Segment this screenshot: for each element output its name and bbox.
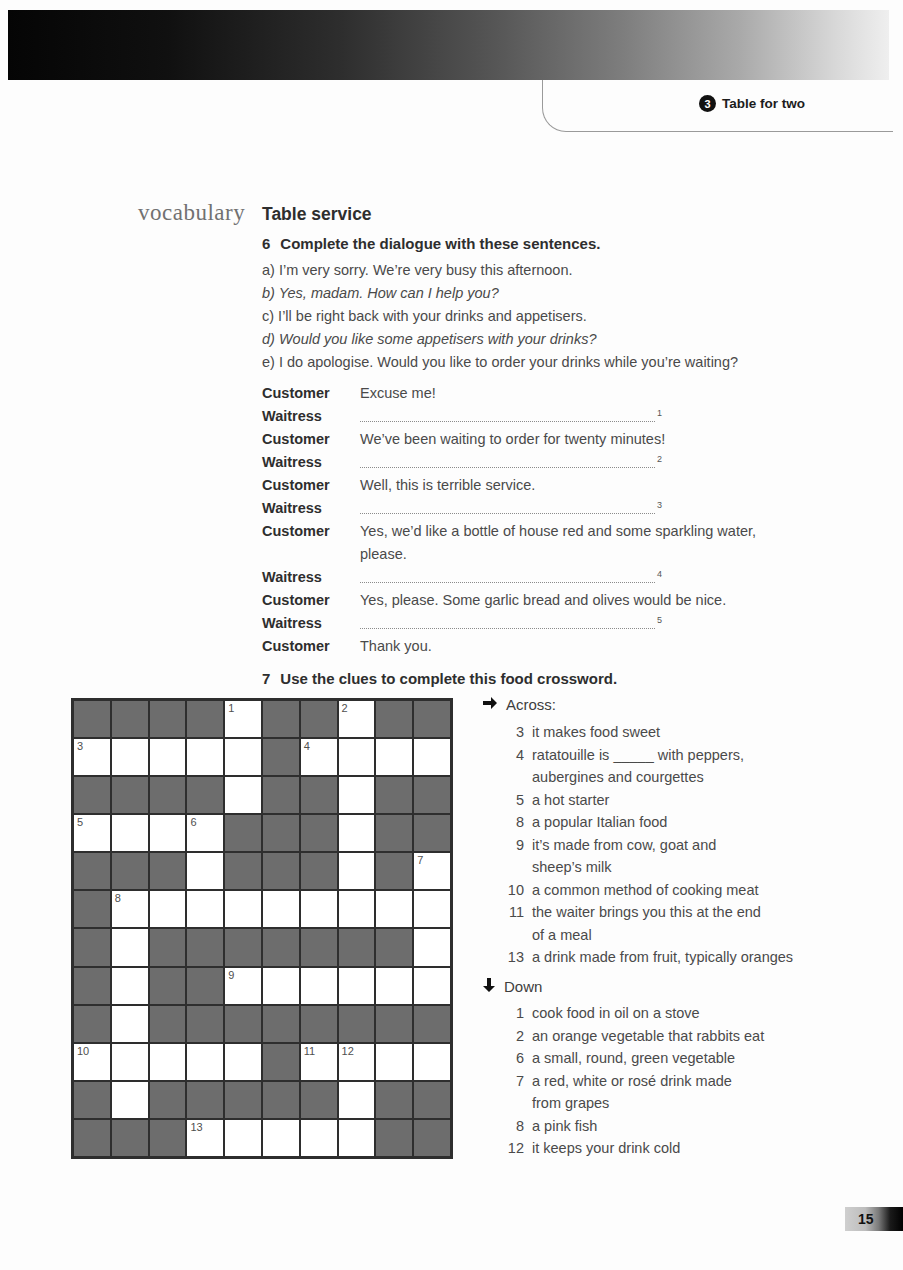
sentence-option: d) Would you like some appetisers with y… (262, 328, 822, 351)
clue-number: 8 (500, 1115, 524, 1138)
cell-r3c1 (73, 776, 111, 814)
dialogue-text: We’ve been waiting to order for twenty m… (360, 428, 805, 451)
down-arrow-icon (482, 977, 496, 996)
cell-r7c8 (338, 928, 376, 966)
cell-r9c3 (149, 1005, 187, 1043)
cell-r11c2[interactable] (111, 1081, 149, 1119)
cell-r11c6 (262, 1081, 300, 1119)
down-clues: 1cook food in oil on a stove2an orange v… (500, 1002, 832, 1160)
right-arrow-icon (482, 696, 498, 713)
cell-r10c9[interactable] (375, 1043, 413, 1081)
cell-r12c9 (375, 1119, 413, 1157)
cell-r4c3[interactable] (149, 814, 187, 852)
clue-number: 12 (500, 1137, 524, 1160)
cell-r2c6 (262, 738, 300, 776)
cell-r6c3[interactable] (149, 890, 187, 928)
cell-r2c5[interactable] (224, 738, 262, 776)
speaker-label: Waitress (262, 405, 360, 428)
cell-number: 2 (342, 702, 348, 714)
clue-text: a pink fish (532, 1115, 832, 1138)
sentence-option: a) I’m very sorry. We’re very busy this … (262, 259, 822, 282)
cell-r9c6 (262, 1005, 300, 1043)
dialogue-text: Excuse me! (360, 382, 805, 405)
cell-r8c6[interactable] (262, 967, 300, 1005)
dialogue-text: Thank you. (360, 635, 805, 658)
cell-r6c9[interactable] (375, 890, 413, 928)
cell-r2c3[interactable] (149, 738, 187, 776)
clue-text: it keeps your drink cold (532, 1137, 832, 1160)
answer-blank[interactable] (360, 566, 655, 583)
cell-r11c1 (73, 1081, 111, 1119)
cell-r3c7 (300, 776, 338, 814)
cell-r4c2[interactable] (111, 814, 149, 852)
cell-r8c4 (186, 967, 224, 1005)
cell-r12c10 (413, 1119, 451, 1157)
cell-r5c7 (300, 852, 338, 890)
down-clue: 8a pink fish (500, 1115, 832, 1138)
dialogue-row: CustomerYes, please. Some garlic bread a… (262, 589, 807, 612)
speaker-label: Customer (262, 635, 360, 658)
answer-blank-holder: 5 (360, 612, 662, 635)
clue-number: 5 (500, 789, 524, 812)
down-header: Down (482, 977, 542, 996)
cell-r8c10[interactable] (413, 967, 451, 1005)
across-clue: 10a common method of cooking meat (500, 879, 832, 902)
clue-text: cook food in oil on a stove (532, 1002, 832, 1025)
cell-r10c6 (262, 1043, 300, 1081)
cell-r8c3 (149, 967, 187, 1005)
clue-text: a red, white or rosé drink made from gra… (532, 1070, 832, 1115)
cell-number: 13 (190, 1121, 202, 1133)
cell-number: 5 (77, 816, 83, 828)
exercise7-number: 7 (262, 670, 270, 687)
down-clue: 12it keeps your drink cold (500, 1137, 832, 1160)
cell-r1c6 (262, 700, 300, 738)
cell-r5c9 (375, 852, 413, 890)
clue-text: a small, round, green vegetable (532, 1047, 832, 1070)
cell-r8c2[interactable] (111, 967, 149, 1005)
cell-r3c8[interactable] (338, 776, 376, 814)
cell-r11c4 (186, 1081, 224, 1119)
cell-r4c4[interactable]: 6 (186, 814, 224, 852)
cell-r10c1[interactable]: 10 (73, 1043, 111, 1081)
cell-r7c6 (262, 928, 300, 966)
cell-r10c2[interactable] (111, 1043, 149, 1081)
cell-r5c5 (224, 852, 262, 890)
cell-r6c5[interactable] (224, 890, 262, 928)
down-clue: 1cook food in oil on a stove (500, 1002, 832, 1025)
unit-title: Table for two (722, 96, 805, 111)
exercise6-instruction: Complete the dialogue with these sentenc… (280, 235, 600, 252)
cell-r1c5[interactable]: 1 (224, 700, 262, 738)
speaker-label: Waitress (262, 566, 360, 589)
blank-number: 3 (657, 500, 662, 510)
speaker-label: Waitress (262, 497, 360, 520)
answer-blank-holder: 4 (360, 566, 662, 589)
cell-r9c10 (413, 1005, 451, 1043)
cell-r4c7 (300, 814, 338, 852)
cell-r5c2 (111, 852, 149, 890)
clue-text: an orange vegetable that rabbits eat (532, 1025, 832, 1048)
cell-r12c8[interactable] (338, 1119, 376, 1157)
cell-r8c9[interactable] (375, 967, 413, 1005)
cell-r7c10[interactable] (413, 928, 451, 966)
cell-number: 7 (417, 854, 423, 866)
speaker-label: Waitress (262, 612, 360, 635)
cell-r11c5 (224, 1081, 262, 1119)
cell-r2c8[interactable] (338, 738, 376, 776)
cell-r7c3 (149, 928, 187, 966)
clue-number: 13 (500, 946, 524, 969)
cell-r8c8[interactable] (338, 967, 376, 1005)
cell-r2c7[interactable]: 4 (300, 738, 338, 776)
dialogue-row: CustomerThank you. (262, 635, 807, 658)
sentence-option: e) I do apologise. Would you like to ord… (262, 351, 822, 374)
cell-r3c5[interactable] (224, 776, 262, 814)
clue-text: it’s made from cow, goat and sheep’s mil… (532, 834, 832, 879)
cell-r5c3 (149, 852, 187, 890)
cell-number: 6 (190, 816, 196, 828)
across-label: Across: (506, 696, 556, 713)
dialogue-row: CustomerExcuse me! (262, 382, 807, 405)
cell-r4c10 (413, 814, 451, 852)
down-label: Down (504, 978, 542, 995)
cell-r7c7 (300, 928, 338, 966)
cell-r11c3 (149, 1081, 187, 1119)
cell-r10c4[interactable] (186, 1043, 224, 1081)
across-clue: 4ratatouille is _____ with peppers, aube… (500, 744, 832, 789)
cell-r7c5 (224, 928, 262, 966)
cell-r7c2[interactable] (111, 928, 149, 966)
cell-r2c4[interactable] (186, 738, 224, 776)
cell-r6c4[interactable] (186, 890, 224, 928)
answer-blank-holder: 3 (360, 497, 662, 520)
cell-r4c8[interactable] (338, 814, 376, 852)
blank-number: 5 (657, 615, 662, 625)
cell-r9c5 (224, 1005, 262, 1043)
cell-number: 10 (77, 1045, 89, 1057)
dialogue: CustomerExcuse me!Waitress1CustomerWe’ve… (262, 382, 807, 658)
cell-number: 12 (342, 1045, 354, 1057)
clue-number: 10 (500, 879, 524, 902)
cell-r3c9 (375, 776, 413, 814)
crossword-grid: 12345678910111213 (71, 698, 453, 1159)
dialogue-row: CustomerWell, this is terrible service. (262, 474, 807, 497)
cell-r11c9 (375, 1081, 413, 1119)
cell-r3c3 (149, 776, 187, 814)
cell-r2c9[interactable] (375, 738, 413, 776)
clue-number: 6 (500, 1047, 524, 1070)
dialogue-row: CustomerYes, we’d like a bottle of house… (262, 520, 807, 566)
down-clue: 6a small, round, green vegetable (500, 1047, 832, 1070)
cell-r10c10[interactable] (413, 1043, 451, 1081)
cell-r9c4 (186, 1005, 224, 1043)
clue-text: the waiter brings you this at the end of… (532, 901, 832, 946)
cell-r9c7 (300, 1005, 338, 1043)
speaker-label: Customer (262, 428, 360, 451)
sentence-options-list: a) I’m very sorry. We’re very busy this … (262, 259, 822, 374)
speaker-label: Customer (262, 474, 360, 497)
cell-r10c7[interactable]: 11 (300, 1043, 338, 1081)
cell-r12c6[interactable] (262, 1119, 300, 1157)
cell-r7c9 (375, 928, 413, 966)
cell-r6c8[interactable] (338, 890, 376, 928)
section-label: vocabulary (138, 200, 245, 226)
cell-r6c10[interactable] (413, 890, 451, 928)
cell-r10c8[interactable]: 12 (338, 1043, 376, 1081)
answer-blank[interactable] (360, 612, 655, 629)
top-banner (8, 10, 889, 80)
exercise7-heading: 7Use the clues to complete this food cro… (262, 670, 617, 687)
dialogue-text: Yes, please. Some garlic bread and olive… (360, 589, 805, 612)
answer-blank-holder: 1 (360, 405, 662, 428)
dialogue-row: Waitress5 (262, 612, 807, 635)
clue-text: a popular Italian food (532, 811, 832, 834)
down-clue: 2an orange vegetable that rabbits eat (500, 1025, 832, 1048)
cell-r4c1[interactable]: 5 (73, 814, 111, 852)
clue-text: a drink made from fruit, typically orang… (532, 946, 832, 969)
across-clue: 11the waiter brings you this at the end … (500, 901, 832, 946)
cell-r1c7 (300, 700, 338, 738)
page-title: Table service (262, 204, 372, 225)
unit-tab-label: 3 Table for two (699, 95, 805, 112)
blank-number: 2 (657, 454, 662, 464)
cell-number: 8 (115, 892, 121, 904)
cell-number: 9 (228, 969, 234, 981)
clue-text: ratatouille is _____ with peppers, auber… (532, 744, 832, 789)
cell-r4c5 (224, 814, 262, 852)
cell-r1c8[interactable]: 2 (338, 700, 376, 738)
exercise6-number: 6 (262, 235, 270, 252)
cell-r12c3 (149, 1119, 187, 1157)
clue-number: 2 (500, 1025, 524, 1048)
clue-text: a hot starter (532, 789, 832, 812)
across-clue: 9it’s made from cow, goat and sheep’s mi… (500, 834, 832, 879)
cell-r3c6 (262, 776, 300, 814)
cell-r11c7 (300, 1081, 338, 1119)
cell-number: 3 (77, 740, 83, 752)
cell-r9c1 (73, 1005, 111, 1043)
blank-number: 1 (657, 408, 662, 418)
cell-r12c2 (111, 1119, 149, 1157)
cell-r8c7[interactable] (300, 967, 338, 1005)
cell-r5c4[interactable] (186, 852, 224, 890)
cell-r5c1 (73, 852, 111, 890)
cell-r10c5[interactable] (224, 1043, 262, 1081)
cell-r3c2 (111, 776, 149, 814)
cell-r1c10 (413, 700, 451, 738)
cell-r6c6[interactable] (262, 890, 300, 928)
cell-r6c1 (73, 890, 111, 928)
cell-r3c10 (413, 776, 451, 814)
across-header: Across: (482, 696, 556, 713)
cell-r10c3[interactable] (149, 1043, 187, 1081)
cell-r8c1 (73, 967, 111, 1005)
cell-r6c2[interactable]: 8 (111, 890, 149, 928)
dialogue-row: Waitress3 (262, 497, 807, 520)
exercise6-heading: 6Complete the dialogue with these senten… (262, 235, 600, 252)
cell-r1c9 (375, 700, 413, 738)
across-clues: 3it makes food sweet4ratatouille is ____… (500, 721, 832, 969)
cell-r11c8[interactable] (338, 1081, 376, 1119)
speaker-label: Customer (262, 520, 360, 566)
exercise7-instruction: Use the clues to complete this food cros… (280, 670, 617, 687)
cell-r7c4 (186, 928, 224, 966)
cell-r2c2[interactable] (111, 738, 149, 776)
across-clue: 13a drink made from fruit, typically ora… (500, 946, 832, 969)
cell-number: 11 (304, 1045, 315, 1057)
clue-number: 1 (500, 1002, 524, 1025)
cell-r9c8 (338, 1005, 376, 1043)
cell-r12c7[interactable] (300, 1119, 338, 1157)
cell-r9c2[interactable] (111, 1005, 149, 1043)
dialogue-row: Waitress4 (262, 566, 807, 589)
blank-number: 4 (657, 569, 662, 579)
speaker-label: Customer (262, 589, 360, 612)
clue-number: 9 (500, 834, 524, 879)
down-clue: 7a red, white or rosé drink made from gr… (500, 1070, 832, 1115)
cell-r5c8[interactable] (338, 852, 376, 890)
cell-number: 4 (304, 740, 310, 752)
answer-blank[interactable] (360, 451, 655, 468)
across-clue: 3it makes food sweet (500, 721, 832, 744)
clue-number: 3 (500, 721, 524, 744)
sentence-option: b) Yes, madam. How can I help you? (262, 282, 822, 305)
cell-r1c3 (149, 700, 187, 738)
across-clue: 5a hot starter (500, 789, 832, 812)
cell-r4c9 (375, 814, 413, 852)
cell-r12c1 (73, 1119, 111, 1157)
cell-r8c5[interactable]: 9 (224, 967, 262, 1005)
answer-blank-holder: 2 (360, 451, 662, 474)
cell-r1c2 (111, 700, 149, 738)
cell-r3c4 (186, 776, 224, 814)
dialogue-row: CustomerWe’ve been waiting to order for … (262, 428, 807, 451)
answer-blank[interactable] (360, 405, 655, 422)
cell-r2c1[interactable]: 3 (73, 738, 111, 776)
page-number: 15 (845, 1207, 903, 1231)
clue-number: 8 (500, 811, 524, 834)
clue-number: 4 (500, 744, 524, 789)
sentence-option: c) I’ll be right back with your drinks a… (262, 305, 822, 328)
clue-number: 11 (500, 901, 524, 946)
unit-tab: 3 Table for two (542, 80, 893, 132)
clue-number: 7 (500, 1070, 524, 1115)
speaker-label: Waitress (262, 451, 360, 474)
speaker-label: Customer (262, 382, 360, 405)
cell-r12c4[interactable]: 13 (186, 1119, 224, 1157)
unit-number-badge: 3 (699, 95, 716, 112)
cell-r9c9 (375, 1005, 413, 1043)
dialogue-text: Well, this is terrible service. (360, 474, 805, 497)
cell-r6c7[interactable] (300, 890, 338, 928)
cell-r4c6 (262, 814, 300, 852)
cell-r5c6 (262, 852, 300, 890)
cell-r5c10[interactable]: 7 (413, 852, 451, 890)
cell-number: 1 (228, 702, 234, 714)
cell-r1c4 (186, 700, 224, 738)
cell-r11c10 (413, 1081, 451, 1119)
dialogue-row: Waitress1 (262, 405, 807, 428)
clue-text: a common method of cooking meat (532, 879, 832, 902)
across-clue: 8a popular Italian food (500, 811, 832, 834)
answer-blank[interactable] (360, 497, 655, 514)
cell-r2c10[interactable] (413, 738, 451, 776)
clue-text: it makes food sweet (532, 721, 832, 744)
dialogue-text: Yes, we’d like a bottle of house red and… (360, 520, 805, 566)
cell-r7c1 (73, 928, 111, 966)
cell-r1c1 (73, 700, 111, 738)
cell-r12c5[interactable] (224, 1119, 262, 1157)
dialogue-row: Waitress2 (262, 451, 807, 474)
